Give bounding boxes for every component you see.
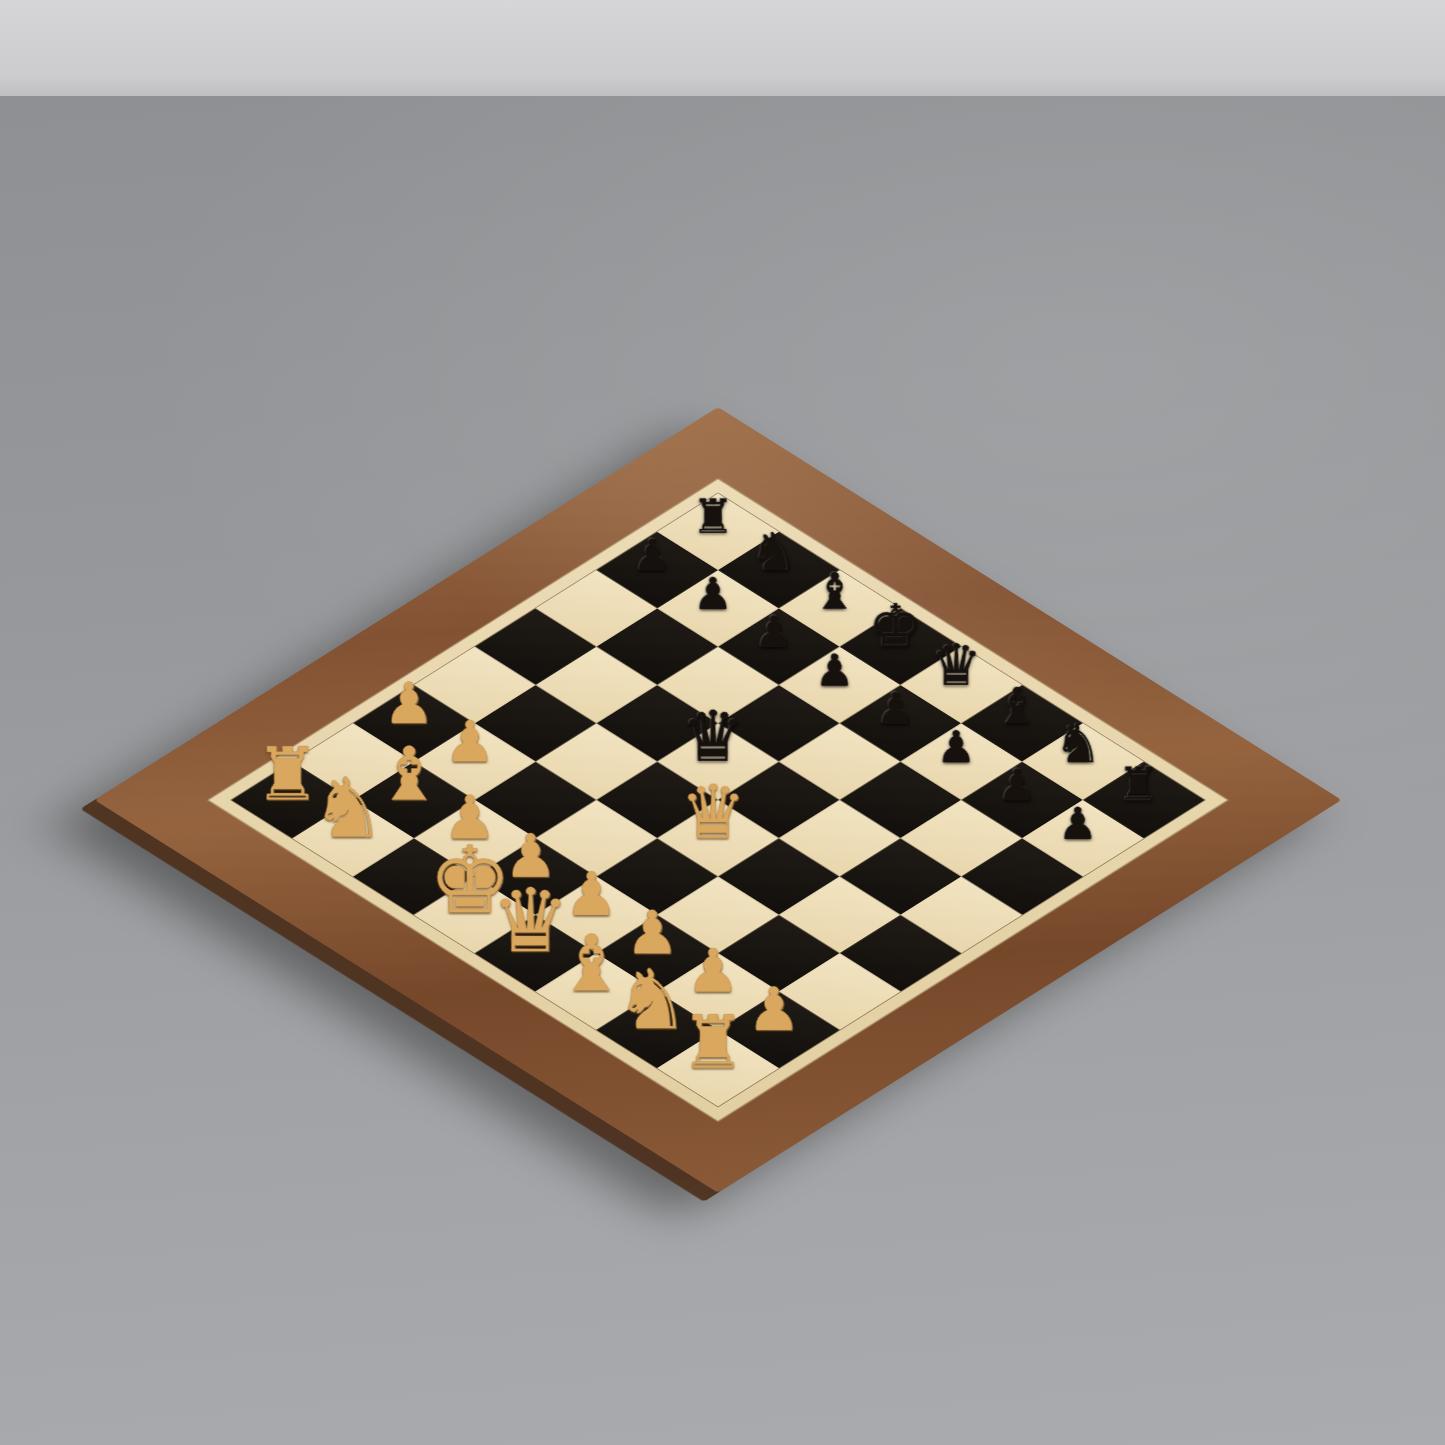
white-knight-g1[interactable]: ♞ xyxy=(615,958,689,1041)
black-pawn-f7[interactable]: ♟ xyxy=(937,725,976,769)
black-bishop-f8[interactable]: ♝ xyxy=(995,681,1040,731)
black-rook-a8[interactable]: ♜ xyxy=(692,493,734,540)
white-rook-h1[interactable]: ♜ xyxy=(680,1006,745,1079)
black-pawn-e7[interactable]: ♟ xyxy=(876,687,915,731)
black-pawn-c7[interactable]: ♟ xyxy=(754,610,793,654)
white-knight-b1[interactable]: ♞ xyxy=(311,767,385,850)
black-king-d8[interactable]: ♚ xyxy=(869,596,923,656)
white-pawn-g2[interactable]: ♟ xyxy=(686,941,740,1001)
black-pawn-d7[interactable]: ♟ xyxy=(815,649,854,693)
black-bishop-c8[interactable]: ♝ xyxy=(812,567,857,617)
background-wall xyxy=(0,0,1445,96)
white-bishop-b2[interactable]: ♝ xyxy=(376,736,442,810)
black-pawn-a7[interactable]: ♟ xyxy=(633,534,672,578)
black-knight-b8[interactable]: ♞ xyxy=(750,525,798,578)
white-queen-e4[interactable]: ♛ xyxy=(680,775,746,849)
black-pawn-b7[interactable]: ♟ xyxy=(693,572,732,616)
black-rook-h8[interactable]: ♜ xyxy=(1118,761,1160,808)
black-queen-d5[interactable]: ♛ xyxy=(682,702,745,772)
white-pawn-a3[interactable]: ♟ xyxy=(384,675,435,732)
black-queen-e8[interactable]: ♛ xyxy=(931,637,982,694)
white-pawn-h2[interactable]: ♟ xyxy=(747,979,801,1039)
black-knight-g8[interactable]: ♞ xyxy=(1054,717,1102,770)
white-pawn-b3[interactable]: ♟ xyxy=(444,713,495,770)
black-pawn-h7[interactable]: ♟ xyxy=(1058,802,1097,846)
black-pawn-g7[interactable]: ♟ xyxy=(997,763,1036,807)
white-pawn-e2[interactable]: ♟ xyxy=(565,864,619,924)
